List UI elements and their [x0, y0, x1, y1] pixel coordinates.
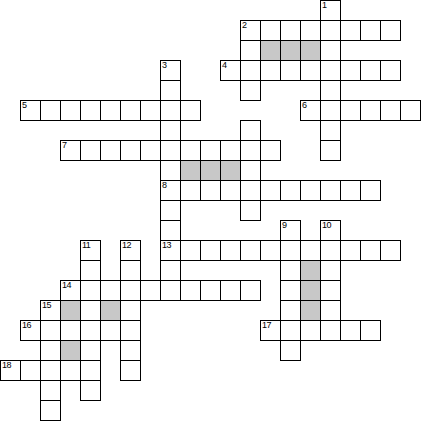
crossword-cell[interactable]: [240, 240, 261, 261]
crossword-cell[interactable]: [200, 240, 221, 261]
crossword-cell[interactable]: [80, 100, 101, 121]
crossword-cell[interactable]: [320, 80, 341, 101]
clue-number: 10: [322, 221, 331, 230]
crossword-cell[interactable]: [320, 320, 341, 341]
crossword-cell[interactable]: [20, 360, 41, 381]
crossword-cell[interactable]: [300, 320, 321, 341]
crossword-cell[interactable]: [360, 100, 381, 121]
crossword-cell[interactable]: [160, 220, 181, 241]
crossword-cell[interactable]: 15: [40, 300, 61, 321]
clue-number: 8: [162, 181, 167, 190]
crossword-cell[interactable]: [80, 320, 101, 341]
clue-number: 11: [82, 241, 90, 250]
clue-number: 14: [62, 281, 71, 290]
crossword-cell-shaded[interactable]: [60, 340, 81, 361]
crossword-cell[interactable]: 11: [80, 240, 101, 261]
crossword-cell-shaded[interactable]: [200, 160, 221, 181]
crossword-cell[interactable]: [380, 100, 401, 121]
crossword-cell[interactable]: [220, 140, 241, 161]
crossword-cell[interactable]: [240, 160, 261, 181]
clue-number: 18: [2, 361, 11, 370]
crossword-cell[interactable]: [40, 400, 61, 421]
crossword-cell[interactable]: [400, 100, 421, 121]
crossword-cell[interactable]: [320, 260, 341, 281]
crossword-cell[interactable]: 13: [160, 240, 181, 261]
crossword-cell-shaded[interactable]: [300, 40, 321, 61]
crossword-cell[interactable]: [340, 240, 361, 261]
crossword-cell[interactable]: [260, 240, 281, 261]
crossword-cell[interactable]: [340, 60, 361, 81]
crossword-cell[interactable]: [360, 320, 381, 341]
crossword-cell[interactable]: [60, 100, 81, 121]
crossword-cell[interactable]: 8: [160, 180, 181, 201]
clue-number: 12: [122, 241, 131, 250]
crossword-cell[interactable]: [320, 120, 341, 141]
crossword-cell[interactable]: [220, 280, 241, 301]
crossword-cell[interactable]: [300, 20, 321, 41]
crossword-cell[interactable]: [80, 360, 101, 381]
crossword-cell[interactable]: 1: [320, 0, 341, 21]
crossword-cell[interactable]: [120, 140, 141, 161]
crossword-cell[interactable]: [120, 320, 141, 341]
clue-number: 6: [302, 101, 307, 110]
crossword-cell[interactable]: [380, 20, 401, 41]
crossword-cell[interactable]: [280, 20, 301, 41]
crossword-cell[interactable]: [160, 260, 181, 281]
crossword-cell[interactable]: [60, 360, 81, 381]
crossword-cell[interactable]: [380, 60, 401, 81]
crossword-cell[interactable]: [40, 320, 61, 341]
crossword-cell[interactable]: [180, 240, 201, 261]
crossword-cell[interactable]: [320, 100, 341, 121]
clue-number: 9: [282, 221, 287, 230]
crossword-cell[interactable]: [180, 180, 201, 201]
clue-number: 3: [162, 61, 167, 70]
crossword-cell[interactable]: [80, 260, 101, 281]
crossword-cell[interactable]: [340, 100, 361, 121]
crossword-cell[interactable]: [80, 140, 101, 161]
crossword-cell-shaded[interactable]: [100, 300, 121, 321]
crossword-cell[interactable]: [260, 20, 281, 41]
crossword-cell[interactable]: [360, 240, 381, 261]
crossword-cell[interactable]: [280, 60, 301, 81]
clue-number: 7: [62, 141, 67, 150]
crossword-cell[interactable]: [160, 120, 181, 141]
crossword-cell[interactable]: [240, 60, 261, 81]
clue-number: 2: [242, 21, 247, 30]
clue-number: 15: [42, 301, 51, 310]
crossword-cell[interactable]: [280, 280, 301, 301]
crossword-cell-shaded[interactable]: [260, 40, 281, 61]
crossword-cell[interactable]: [200, 180, 221, 201]
crossword-cell[interactable]: 18: [0, 360, 21, 381]
crossword-cell[interactable]: [180, 100, 201, 121]
crossword-cell[interactable]: [160, 160, 181, 181]
crossword-cell[interactable]: [240, 280, 261, 301]
crossword-cell[interactable]: [40, 100, 61, 121]
crossword-cell[interactable]: [80, 300, 101, 321]
crossword-cell[interactable]: [280, 240, 301, 261]
crossword-cell[interactable]: [140, 280, 161, 301]
crossword-cell[interactable]: [320, 180, 341, 201]
crossword-cell[interactable]: [320, 40, 341, 61]
crossword-cell[interactable]: 9: [280, 220, 301, 241]
crossword-cell-shaded[interactable]: [180, 160, 201, 181]
crossword-cell[interactable]: 17: [260, 320, 281, 341]
crossword-cell[interactable]: [40, 360, 61, 381]
clue-number: 17: [262, 321, 271, 330]
crossword-cell[interactable]: [160, 200, 181, 221]
crossword-cell[interactable]: [220, 240, 241, 261]
crossword-cell[interactable]: 12: [120, 240, 141, 261]
clue-number: 1: [322, 1, 327, 10]
crossword-cell[interactable]: [280, 260, 301, 281]
crossword-cell[interactable]: [40, 340, 61, 361]
crossword-cell[interactable]: [300, 240, 321, 261]
crossword-cell[interactable]: [260, 180, 281, 201]
crossword-cell[interactable]: [280, 320, 301, 341]
crossword-cell[interactable]: [120, 300, 141, 321]
crossword-cell-shaded[interactable]: [300, 260, 321, 281]
crossword-cell[interactable]: [180, 280, 201, 301]
crossword-cell[interactable]: 6: [300, 100, 321, 121]
crossword-cell[interactable]: [340, 180, 361, 201]
crossword-cell[interactable]: [120, 280, 141, 301]
crossword-cell[interactable]: 2: [240, 20, 261, 41]
crossword-cell[interactable]: [320, 300, 341, 321]
crossword-cell[interactable]: [100, 140, 121, 161]
crossword-cell[interactable]: [40, 380, 61, 401]
clue-number: 4: [222, 61, 227, 70]
crossword-cell-shaded[interactable]: [300, 300, 321, 321]
crossword-cell[interactable]: 16: [20, 320, 41, 341]
crossword-cell[interactable]: [120, 100, 141, 121]
crossword-cell[interactable]: [280, 300, 301, 321]
crossword-cell[interactable]: [340, 320, 361, 341]
crossword-cell[interactable]: [260, 140, 281, 161]
crossword-cell[interactable]: 10: [320, 220, 341, 241]
crossword-cell[interactable]: [300, 60, 321, 81]
crossword-cell[interactable]: [240, 140, 261, 161]
crossword-cell[interactable]: [380, 240, 401, 261]
crossword-cell[interactable]: [140, 100, 161, 121]
crossword-cell-shaded[interactable]: [280, 40, 301, 61]
crossword-cell-shaded[interactable]: [60, 300, 81, 321]
crossword-cell[interactable]: [60, 320, 81, 341]
crossword-cell[interactable]: [240, 120, 261, 141]
crossword-cell[interactable]: [160, 100, 181, 121]
crossword-cell[interactable]: [80, 340, 101, 361]
crossword-cell[interactable]: [80, 280, 101, 301]
crossword-cell[interactable]: 3: [160, 60, 181, 81]
crossword-cell[interactable]: [300, 180, 321, 201]
crossword-cell[interactable]: [160, 280, 181, 301]
clue-number: 16: [22, 321, 31, 330]
crossword-cell[interactable]: [160, 140, 181, 161]
crossword-cell[interactable]: [100, 100, 121, 121]
crossword-cell[interactable]: [180, 140, 201, 161]
crossword-cell[interactable]: [120, 340, 141, 361]
clue-number: 5: [22, 101, 27, 110]
crossword-cell[interactable]: [280, 340, 301, 361]
crossword-cell[interactable]: [200, 140, 221, 161]
crossword-cell[interactable]: [140, 140, 161, 161]
crossword-cell-shaded[interactable]: [300, 280, 321, 301]
crossword-cell[interactable]: [320, 20, 341, 41]
crossword-cell[interactable]: [280, 180, 301, 201]
crossword-cell[interactable]: 7: [60, 140, 81, 161]
crossword-cell[interactable]: [240, 80, 261, 101]
crossword-cell[interactable]: [260, 60, 281, 81]
crossword-cell[interactable]: [240, 180, 261, 201]
crossword-cell[interactable]: [160, 80, 181, 101]
crossword-cell[interactable]: [320, 280, 341, 301]
crossword-cell[interactable]: [220, 180, 241, 201]
crossword-cell[interactable]: 4: [220, 60, 241, 81]
crossword-cell[interactable]: [360, 180, 381, 201]
crossword-cell[interactable]: [360, 20, 381, 41]
crossword-cell[interactable]: [340, 20, 361, 41]
crossword-cell-shaded[interactable]: [220, 160, 241, 181]
crossword-cell[interactable]: [240, 200, 261, 221]
clue-number: 13: [162, 241, 171, 250]
crossword-cell[interactable]: [320, 140, 341, 161]
crossword-cell[interactable]: [240, 40, 261, 61]
crossword-cell[interactable]: [320, 60, 341, 81]
crossword-cell[interactable]: 5: [20, 100, 41, 121]
crossword-grid: 123456789101112131415161718: [0, 0, 421, 421]
crossword-cell[interactable]: [120, 260, 141, 281]
crossword-cell[interactable]: [360, 60, 381, 81]
crossword-cell[interactable]: [100, 280, 121, 301]
crossword-cell[interactable]: [100, 320, 121, 341]
crossword-cell[interactable]: [200, 280, 221, 301]
crossword-cell[interactable]: [320, 240, 341, 261]
crossword-cell[interactable]: 14: [60, 280, 81, 301]
crossword-cell[interactable]: [120, 360, 141, 381]
crossword-cell[interactable]: [80, 380, 101, 401]
